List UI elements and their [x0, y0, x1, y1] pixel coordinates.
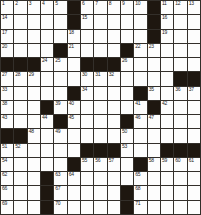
black-cell — [41, 201, 53, 214]
grid-cell[interactable] — [14, 186, 26, 199]
clue-number: 61 — [189, 158, 194, 163]
clue-number: 33 — [2, 87, 7, 92]
grid-cell[interactable]: 32 — [108, 72, 120, 85]
grid-cell[interactable]: 64 — [68, 172, 80, 185]
grid-cell[interactable] — [148, 172, 160, 185]
black-cell — [1, 129, 13, 142]
grid-cell[interactable]: 26 — [121, 58, 133, 71]
grid-cell[interactable]: 9 — [121, 1, 133, 14]
grid-cell[interactable] — [94, 15, 106, 28]
clue-number: 56 — [95, 158, 100, 163]
clue-number: 52 — [15, 144, 20, 149]
grid-cell[interactable] — [94, 87, 106, 100]
clue-number: 13 — [189, 1, 194, 6]
grid-cell[interactable] — [28, 44, 40, 57]
clue-number: 65 — [135, 172, 140, 177]
grid-cell[interactable] — [188, 101, 200, 114]
grid-cell[interactable]: 58 — [148, 158, 160, 171]
clue-number: 34 — [82, 87, 87, 92]
black-cell — [134, 87, 146, 100]
clue-number: 69 — [2, 201, 7, 206]
grid-cell[interactable] — [188, 15, 200, 28]
grid-cell[interactable] — [14, 44, 26, 57]
black-cell — [174, 144, 186, 157]
grid-cell[interactable] — [94, 30, 106, 43]
grid-cell[interactable]: 21 — [68, 44, 80, 57]
grid-cell[interactable] — [28, 30, 40, 43]
grid-cell[interactable] — [188, 44, 200, 57]
grid-cell[interactable]: 33 — [1, 87, 13, 100]
grid-cell[interactable] — [54, 15, 66, 28]
grid-cell[interactable] — [174, 201, 186, 214]
black-cell — [188, 144, 200, 157]
black-cell — [68, 87, 80, 100]
grid-cell[interactable] — [161, 58, 173, 71]
clue-number: 35 — [149, 87, 154, 92]
black-cell — [14, 58, 26, 71]
grid-cell[interactable]: 23 — [148, 44, 160, 57]
grid-cell[interactable] — [94, 172, 106, 185]
grid-cell[interactable] — [148, 72, 160, 85]
black-cell — [68, 158, 80, 171]
grid-cell[interactable] — [121, 30, 133, 43]
grid-cell[interactable]: 16 — [161, 15, 173, 28]
clue-number: 43 — [2, 115, 7, 120]
grid-cell[interactable]: 5 — [54, 1, 66, 14]
black-cell — [41, 101, 53, 114]
clue-number: 30 — [82, 72, 87, 77]
grid-cell[interactable] — [54, 87, 66, 100]
grid-cell[interactable] — [188, 58, 200, 71]
grid-cell[interactable]: 28 — [14, 72, 26, 85]
black-cell — [41, 172, 53, 185]
clue-number: 8 — [109, 1, 111, 6]
clue-number: 24 — [42, 58, 47, 63]
clue-number: 16 — [162, 15, 167, 20]
grid-cell[interactable] — [28, 87, 40, 100]
clue-number: 31 — [95, 72, 100, 77]
grid-cell[interactable] — [94, 186, 106, 199]
clue-number: 36 — [175, 87, 180, 92]
grid-cell[interactable] — [81, 186, 93, 199]
grid-cell[interactable] — [108, 172, 120, 185]
black-cell — [174, 72, 186, 85]
grid-cell[interactable] — [41, 158, 53, 171]
clue-number: 27 — [2, 72, 7, 77]
clue-number: 26 — [122, 58, 127, 63]
grid-cell[interactable]: 59 — [161, 158, 173, 171]
clue-number: 49 — [55, 129, 60, 134]
grid-cell[interactable] — [121, 158, 133, 171]
grid-cell[interactable]: 15 — [81, 15, 93, 28]
grid-cell[interactable]: 61 — [188, 158, 200, 171]
black-cell — [81, 58, 93, 71]
clue-number: 41 — [135, 101, 140, 106]
grid-cell[interactable] — [81, 172, 93, 185]
clue-number: 6 — [82, 1, 84, 6]
grid-cell[interactable]: 65 — [134, 172, 146, 185]
clue-number: 1 — [2, 1, 4, 6]
grid-cell[interactable]: 40 — [68, 101, 80, 114]
grid-cell[interactable] — [54, 30, 66, 43]
grid-cell[interactable]: 31 — [94, 72, 106, 85]
grid-cell[interactable]: 44 — [41, 115, 53, 128]
grid-cell[interactable]: 35 — [148, 87, 160, 100]
clue-number: 51 — [2, 144, 7, 149]
clue-number: 62 — [2, 172, 7, 177]
grid-cell[interactable] — [68, 144, 80, 157]
grid-cell[interactable] — [108, 15, 120, 28]
grid-cell[interactable] — [81, 115, 93, 128]
grid-cell[interactable]: 8 — [108, 1, 120, 14]
grid-cell[interactable] — [14, 158, 26, 171]
grid-cell[interactable] — [161, 201, 173, 214]
grid-cell[interactable]: 71 — [134, 201, 146, 214]
clue-number: 57 — [109, 158, 114, 163]
black-cell — [81, 144, 93, 157]
grid-cell[interactable] — [134, 144, 146, 157]
grid-cell[interactable]: 2 — [14, 1, 26, 14]
black-cell — [161, 144, 173, 157]
grid-cell[interactable] — [134, 58, 146, 71]
black-cell — [14, 129, 26, 142]
grid-cell[interactable] — [174, 186, 186, 199]
grid-cell[interactable] — [174, 172, 186, 185]
grid-cell[interactable] — [148, 58, 160, 71]
black-cell — [94, 58, 106, 71]
grid-cell[interactable] — [174, 129, 186, 142]
grid-cell[interactable]: 46 — [134, 115, 146, 128]
crossword-board: 1234567891011121314151617181920212223242… — [0, 0, 201, 215]
grid-cell[interactable]: 36 — [174, 87, 186, 100]
grid-cell[interactable] — [174, 101, 186, 114]
grid-cell[interactable] — [28, 201, 40, 214]
grid-cell[interactable] — [188, 129, 200, 142]
clue-number: 38 — [2, 101, 7, 106]
grid-cell[interactable] — [174, 58, 186, 71]
grid-cell[interactable] — [14, 101, 26, 114]
grid-cell[interactable] — [41, 72, 53, 85]
clue-number: 20 — [2, 44, 7, 49]
clue-number: 21 — [69, 44, 74, 49]
grid-cell[interactable] — [81, 30, 93, 43]
grid-cell[interactable]: 70 — [54, 201, 66, 214]
clue-number: 54 — [2, 158, 7, 163]
grid-cell[interactable] — [108, 115, 120, 128]
black-cell — [1, 58, 13, 71]
grid-cell[interactable]: 68 — [134, 186, 146, 199]
grid-cell[interactable]: 60 — [174, 158, 186, 171]
black-cell — [41, 186, 53, 199]
clue-number: 14 — [2, 15, 7, 20]
clue-number: 50 — [122, 129, 127, 134]
grid-cell[interactable] — [121, 72, 133, 85]
grid-cell[interactable]: 19 — [161, 30, 173, 43]
grid-cell[interactable]: 17 — [1, 30, 13, 43]
grid-cell[interactable] — [188, 186, 200, 199]
grid-cell[interactable]: 11 — [161, 1, 173, 14]
grid-cell[interactable]: 53 — [121, 144, 133, 157]
grid-cell[interactable]: 13 — [188, 1, 200, 14]
grid-cell[interactable]: 69 — [1, 201, 13, 214]
black-cell — [94, 144, 106, 157]
black-cell — [134, 158, 146, 171]
grid-cell[interactable] — [108, 30, 120, 43]
grid-cell[interactable]: 67 — [54, 186, 66, 199]
clue-number: 19 — [162, 30, 167, 35]
clue-number: 42 — [162, 101, 167, 106]
grid-cell[interactable] — [121, 87, 133, 100]
grid-cell[interactable] — [94, 129, 106, 142]
clue-number: 47 — [149, 115, 154, 120]
grid-cell[interactable] — [54, 144, 66, 157]
grid-cell[interactable] — [41, 87, 53, 100]
clue-number: 45 — [69, 115, 74, 120]
clue-number: 5 — [55, 1, 57, 6]
black-cell — [108, 144, 120, 157]
grid-cell[interactable] — [94, 201, 106, 214]
clue-number: 59 — [162, 158, 167, 163]
clue-number: 32 — [109, 72, 114, 77]
clue-number: 7 — [95, 1, 97, 6]
grid-cell[interactable] — [134, 129, 146, 142]
clue-number: 55 — [82, 158, 87, 163]
grid-cell[interactable] — [14, 30, 26, 43]
grid-cell[interactable]: 56 — [94, 158, 106, 171]
grid-cell[interactable] — [41, 44, 53, 57]
grid-cell[interactable]: 30 — [81, 72, 93, 85]
clue-number: 18 — [69, 30, 74, 35]
grid-cell[interactable] — [28, 186, 40, 199]
grid-cell[interactable]: 55 — [81, 158, 93, 171]
black-cell — [108, 58, 120, 71]
clue-number: 2 — [15, 1, 17, 6]
grid-cell[interactable]: 22 — [134, 44, 146, 57]
grid-cell[interactable] — [41, 129, 53, 142]
black-cell — [54, 115, 66, 128]
grid-cell[interactable]: 39 — [54, 101, 66, 114]
grid-cell[interactable] — [54, 72, 66, 85]
grid-cell[interactable]: 18 — [68, 30, 80, 43]
grid-cell[interactable] — [41, 144, 53, 157]
clue-number: 39 — [55, 101, 60, 106]
grid-cell[interactable]: 38 — [1, 101, 13, 114]
grid-cell[interactable] — [94, 44, 106, 57]
crossword-grid: 1234567891011121314151617181920212223242… — [0, 0, 201, 215]
grid-cell[interactable] — [28, 15, 40, 28]
black-cell — [28, 58, 40, 71]
grid-cell[interactable]: 45 — [68, 115, 80, 128]
grid-cell[interactable] — [94, 101, 106, 114]
grid-cell[interactable]: 14 — [1, 15, 13, 28]
black-cell — [121, 201, 133, 214]
clue-number: 40 — [69, 101, 74, 106]
grid-cell[interactable] — [68, 201, 80, 214]
clue-number: 3 — [29, 1, 31, 6]
grid-cell[interactable]: 62 — [1, 172, 13, 185]
grid-cell[interactable]: 66 — [1, 186, 13, 199]
clue-number: 53 — [122, 144, 127, 149]
grid-cell[interactable] — [174, 44, 186, 57]
grid-cell[interactable] — [161, 129, 173, 142]
grid-cell[interactable]: 27 — [1, 72, 13, 85]
clue-number: 66 — [2, 186, 7, 191]
grid-cell[interactable]: 1 — [1, 1, 13, 14]
grid-cell[interactable] — [161, 172, 173, 185]
grid-cell[interactable] — [174, 30, 186, 43]
grid-cell[interactable] — [81, 101, 93, 114]
grid-cell[interactable] — [81, 129, 93, 142]
grid-cell[interactable] — [108, 186, 120, 199]
black-cell — [54, 44, 66, 57]
black-cell — [121, 186, 133, 199]
grid-cell[interactable] — [188, 115, 200, 128]
black-cell — [121, 115, 133, 128]
grid-cell[interactable]: 7 — [94, 1, 106, 14]
grid-cell[interactable] — [161, 44, 173, 57]
clue-number: 37 — [189, 87, 194, 92]
black-cell — [68, 15, 80, 28]
grid-cell[interactable]: 57 — [108, 158, 120, 171]
grid-cell[interactable] — [188, 30, 200, 43]
grid-cell[interactable] — [14, 15, 26, 28]
grid-cell[interactable] — [161, 115, 173, 128]
grid-cell[interactable] — [174, 115, 186, 128]
grid-cell[interactable] — [14, 115, 26, 128]
grid-cell[interactable] — [28, 158, 40, 171]
clue-number: 10 — [135, 1, 140, 6]
clue-number: 15 — [82, 15, 87, 20]
grid-cell[interactable] — [94, 115, 106, 128]
grid-cell[interactable]: 10 — [134, 1, 146, 14]
clue-number: 48 — [29, 129, 34, 134]
grid-cell[interactable] — [161, 72, 173, 85]
grid-cell[interactable] — [174, 15, 186, 28]
grid-cell[interactable] — [68, 72, 80, 85]
black-cell — [68, 1, 80, 14]
clue-number: 28 — [15, 72, 20, 77]
grid-cell[interactable] — [81, 201, 93, 214]
grid-cell[interactable] — [134, 15, 146, 28]
grid-cell[interactable] — [108, 87, 120, 100]
clue-number: 58 — [149, 158, 154, 163]
grid-cell[interactable] — [121, 15, 133, 28]
grid-cell[interactable] — [68, 129, 80, 142]
grid-cell[interactable] — [14, 87, 26, 100]
black-cell — [148, 1, 160, 14]
grid-cell[interactable] — [188, 172, 200, 185]
grid-cell[interactable] — [148, 129, 160, 142]
grid-cell[interactable] — [148, 201, 160, 214]
black-cell — [148, 101, 160, 114]
grid-cell[interactable]: 52 — [14, 144, 26, 157]
clue-number: 12 — [175, 1, 180, 6]
clue-number: 17 — [2, 30, 7, 35]
grid-cell[interactable] — [41, 30, 53, 43]
grid-cell[interactable]: 37 — [188, 87, 200, 100]
grid-cell[interactable]: 6 — [81, 1, 93, 14]
grid-cell[interactable] — [54, 158, 66, 171]
grid-cell[interactable] — [28, 144, 40, 157]
clue-number: 64 — [69, 172, 74, 177]
grid-cell[interactable] — [81, 44, 93, 57]
grid-cell[interactable]: 4 — [41, 1, 53, 14]
clue-number: 25 — [55, 58, 60, 63]
grid-cell[interactable] — [28, 101, 40, 114]
grid-cell[interactable] — [121, 172, 133, 185]
black-cell — [148, 30, 160, 43]
grid-cell[interactable] — [148, 144, 160, 157]
clue-number: 71 — [135, 201, 140, 206]
grid-cell[interactable] — [134, 72, 146, 85]
grid-cell[interactable] — [108, 44, 120, 57]
clue-number: 60 — [175, 158, 180, 163]
grid-cell[interactable]: 34 — [81, 87, 93, 100]
clue-number: 22 — [135, 44, 140, 49]
grid-cell[interactable] — [188, 201, 200, 214]
clue-number: 4 — [42, 1, 44, 6]
grid-cell[interactable]: 20 — [1, 44, 13, 57]
grid-cell[interactable] — [108, 101, 120, 114]
grid-cell[interactable] — [161, 87, 173, 100]
grid-cell[interactable] — [134, 30, 146, 43]
clue-number: 9 — [122, 1, 124, 6]
black-cell — [188, 72, 200, 85]
grid-cell[interactable]: 51 — [1, 144, 13, 157]
clue-number: 23 — [149, 44, 154, 49]
grid-cell[interactable]: 48 — [28, 129, 40, 142]
grid-cell[interactable]: 29 — [28, 72, 40, 85]
grid-cell[interactable] — [121, 101, 133, 114]
grid-cell[interactable]: 43 — [1, 115, 13, 128]
black-cell — [121, 44, 133, 57]
grid-cell[interactable]: 49 — [54, 129, 66, 142]
clue-number: 70 — [55, 201, 60, 206]
grid-cell[interactable]: 63 — [54, 172, 66, 185]
grid-cell[interactable]: 24 — [41, 58, 53, 71]
grid-cell[interactable]: 25 — [54, 58, 66, 71]
grid-cell[interactable] — [14, 172, 26, 185]
grid-cell[interactable]: 41 — [134, 101, 146, 114]
grid-cell[interactable] — [14, 201, 26, 214]
grid-cell[interactable]: 42 — [161, 101, 173, 114]
clue-number: 29 — [29, 72, 34, 77]
clue-number: 68 — [135, 186, 140, 191]
grid-cell[interactable]: 12 — [174, 1, 186, 14]
clue-number: 46 — [135, 115, 140, 120]
grid-cell[interactable] — [161, 186, 173, 199]
grid-cell[interactable]: 54 — [1, 158, 13, 171]
grid-cell[interactable]: 3 — [28, 1, 40, 14]
grid-cell[interactable] — [108, 201, 120, 214]
grid-cell[interactable] — [41, 15, 53, 28]
grid-cell[interactable] — [28, 172, 40, 185]
clue-number: 11 — [162, 1, 167, 6]
clue-number: 67 — [55, 186, 60, 191]
grid-cell[interactable] — [108, 129, 120, 142]
black-cell — [148, 15, 160, 28]
clue-number: 63 — [55, 172, 60, 177]
grid-cell[interactable] — [68, 58, 80, 71]
grid-cell[interactable] — [148, 186, 160, 199]
grid-cell[interactable]: 47 — [148, 115, 160, 128]
grid-cell[interactable] — [68, 186, 80, 199]
grid-cell[interactable]: 50 — [121, 129, 133, 142]
grid-cell[interactable] — [28, 115, 40, 128]
clue-number: 44 — [42, 115, 47, 120]
